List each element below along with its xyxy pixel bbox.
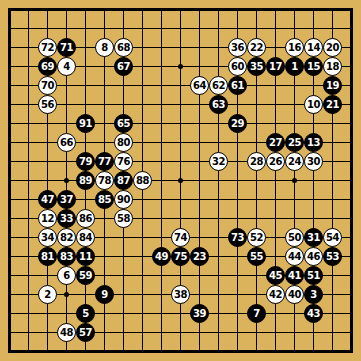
stones-layer: 1234567891011121314151617181920212223242… [0,0,361,361]
stone-black-S14: 21 [323,95,342,114]
stone-white-L15: 64 [190,76,209,95]
stone-black-G10: 87 [114,171,133,190]
stone-black-L6: 23 [190,247,209,266]
stone-black-L3: 39 [190,304,209,323]
stone-black-N7: 73 [228,228,247,247]
stone-black-F9: 85 [95,190,114,209]
stone-white-R17: 14 [304,38,323,57]
stone-white-N16: 60 [228,57,247,76]
stone-white-G8: 58 [114,209,133,228]
stone-black-E11: 79 [76,152,95,171]
stone-black-N13: 29 [228,114,247,133]
stone-black-C16: 69 [38,57,57,76]
stone-white-R6: 46 [304,247,323,266]
stone-black-C9: 47 [38,190,57,209]
stone-black-R16: 15 [304,57,323,76]
stone-black-F4: 9 [95,285,114,304]
stone-black-D8: 33 [57,209,76,228]
stone-white-K4: 38 [171,285,190,304]
stone-black-M14: 63 [209,95,228,114]
stone-black-G13: 65 [114,114,133,133]
stone-white-R14: 10 [304,95,323,114]
stone-white-D5: 6 [57,266,76,285]
stone-black-E2: 57 [76,323,95,342]
stone-black-D17: 71 [57,38,76,57]
stone-white-E7: 84 [76,228,95,247]
stone-white-S7: 54 [323,228,342,247]
stone-white-C17: 72 [38,38,57,57]
stone-black-O3: 7 [247,304,266,323]
stone-white-C8: 12 [38,209,57,228]
stone-black-S15: 19 [323,76,342,95]
stone-black-K6: 75 [171,247,190,266]
stone-black-E13: 91 [76,114,95,133]
stone-white-D2: 48 [57,323,76,342]
stone-black-E10: 89 [76,171,95,190]
stone-black-Q12: 25 [285,133,304,152]
go-board: 1234567891011121314151617181920212223242… [0,0,361,361]
stone-black-E5: 59 [76,266,95,285]
stone-black-P12: 27 [266,133,285,152]
stone-white-C7: 34 [38,228,57,247]
stone-black-E3: 5 [76,304,95,323]
stone-white-M15: 62 [209,76,228,95]
stone-black-D9: 37 [57,190,76,209]
stone-white-Q17: 16 [285,38,304,57]
stone-black-P16: 17 [266,57,285,76]
stone-white-E8: 86 [76,209,95,228]
stone-black-J6: 49 [152,247,171,266]
stone-white-Q7: 50 [285,228,304,247]
stone-white-R11: 30 [304,152,323,171]
stone-white-H10: 88 [133,171,152,190]
stone-black-O6: 55 [247,247,266,266]
stone-white-O11: 28 [247,152,266,171]
stone-white-G12: 80 [114,133,133,152]
stone-white-P11: 26 [266,152,285,171]
stone-white-F10: 78 [95,171,114,190]
stone-black-N15: 61 [228,76,247,95]
stone-white-C15: 70 [38,76,57,95]
stone-white-K7: 74 [171,228,190,247]
stone-white-Q11: 24 [285,152,304,171]
stone-black-R12: 13 [304,133,323,152]
stone-black-D6: 83 [57,247,76,266]
stone-white-G9: 90 [114,190,133,209]
stone-white-P4: 42 [266,285,285,304]
stone-white-C14: 56 [38,95,57,114]
stone-white-O17: 22 [247,38,266,57]
stone-black-R5: 51 [304,266,323,285]
stone-black-R3: 43 [304,304,323,323]
stone-white-F17: 8 [95,38,114,57]
stone-white-C4: 2 [38,285,57,304]
stone-white-O7: 52 [247,228,266,247]
stone-white-M11: 32 [209,152,228,171]
stone-black-Q5: 41 [285,266,304,285]
stone-white-D16: 4 [57,57,76,76]
stone-white-Q6: 44 [285,247,304,266]
stone-black-F11: 77 [95,152,114,171]
stone-white-Q4: 40 [285,285,304,304]
stone-white-S17: 20 [323,38,342,57]
stone-white-D12: 66 [57,133,76,152]
stone-black-R7: 31 [304,228,323,247]
stone-white-G11: 76 [114,152,133,171]
stone-black-Q16: 1 [285,57,304,76]
stone-black-S6: 53 [323,247,342,266]
stone-black-P5: 45 [266,266,285,285]
stone-black-R4: 3 [304,285,323,304]
stone-black-G16: 67 [114,57,133,76]
stone-white-D7: 82 [57,228,76,247]
stone-white-N17: 36 [228,38,247,57]
stone-white-G17: 68 [114,38,133,57]
stone-black-C6: 81 [38,247,57,266]
stone-black-E6: 11 [76,247,95,266]
stone-white-S16: 18 [323,57,342,76]
stone-black-O16: 35 [247,57,266,76]
